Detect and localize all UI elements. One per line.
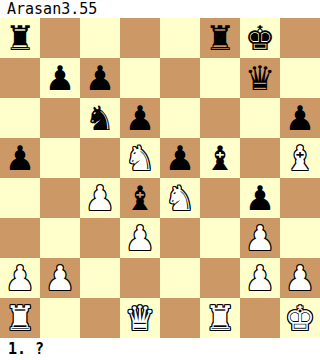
arasan-chess-diagram: Arasan3.55 ♜♜♚♟♟♛♞♟♟♟♞♟♝♝♟♝♞♟♟♟♟♟♟♟♜♛♜♚ …: [0, 0, 320, 360]
square-e5[interactable]: ♟: [160, 138, 200, 178]
square-d2[interactable]: [120, 258, 160, 298]
square-e7[interactable]: [160, 58, 200, 98]
square-a6[interactable]: [0, 98, 40, 138]
square-h8[interactable]: [280, 18, 320, 58]
square-h3[interactable]: [280, 218, 320, 258]
square-g5[interactable]: [240, 138, 280, 178]
square-d8[interactable]: [120, 18, 160, 58]
square-d3[interactable]: ♟: [120, 218, 160, 258]
black-rook-a8: ♜: [5, 18, 35, 58]
square-b3[interactable]: [40, 218, 80, 258]
square-d6[interactable]: ♟: [120, 98, 160, 138]
square-c4[interactable]: ♟: [80, 178, 120, 218]
white-rook-f1: ♜: [205, 298, 235, 338]
square-c3[interactable]: [80, 218, 120, 258]
white-knight-d5: ♞: [125, 138, 155, 178]
black-pawn-e5: ♟: [165, 138, 195, 178]
square-b2[interactable]: ♟: [40, 258, 80, 298]
square-h5[interactable]: ♝: [280, 138, 320, 178]
black-pawn-g4: ♟: [245, 178, 275, 218]
square-h7[interactable]: [280, 58, 320, 98]
square-f2[interactable]: [200, 258, 240, 298]
square-c7[interactable]: ♟: [80, 58, 120, 98]
square-g8[interactable]: ♚: [240, 18, 280, 58]
square-f7[interactable]: [200, 58, 240, 98]
square-e2[interactable]: [160, 258, 200, 298]
square-b1[interactable]: [40, 298, 80, 338]
black-king-g8: ♚: [245, 18, 275, 58]
white-pawn-b2: ♟: [45, 258, 75, 298]
white-bishop-h5: ♝: [285, 138, 315, 178]
square-e6[interactable]: [160, 98, 200, 138]
move-prompt: 1. ?: [0, 338, 320, 360]
square-a8[interactable]: ♜: [0, 18, 40, 58]
white-pawn-a2: ♟: [5, 258, 35, 298]
white-rook-a1: ♜: [5, 298, 35, 338]
square-e4[interactable]: ♞: [160, 178, 200, 218]
white-pawn-d3: ♟: [125, 218, 155, 258]
square-g6[interactable]: [240, 98, 280, 138]
square-b4[interactable]: [40, 178, 80, 218]
square-f4[interactable]: [200, 178, 240, 218]
white-knight-e4: ♞: [165, 178, 195, 218]
square-g3[interactable]: ♟: [240, 218, 280, 258]
square-d7[interactable]: [120, 58, 160, 98]
black-pawn-b7: ♟: [45, 58, 75, 98]
page-title: Arasan3.55: [0, 0, 320, 18]
black-bishop-d4: ♝: [125, 178, 155, 218]
square-a4[interactable]: [0, 178, 40, 218]
square-c6[interactable]: ♞: [80, 98, 120, 138]
square-f6[interactable]: [200, 98, 240, 138]
square-d4[interactable]: ♝: [120, 178, 160, 218]
square-e3[interactable]: [160, 218, 200, 258]
black-bishop-f5: ♝: [205, 138, 235, 178]
square-c1[interactable]: [80, 298, 120, 338]
square-a3[interactable]: [0, 218, 40, 258]
black-pawn-h6: ♟: [285, 98, 315, 138]
square-f3[interactable]: [200, 218, 240, 258]
square-f5[interactable]: ♝: [200, 138, 240, 178]
square-a5[interactable]: ♟: [0, 138, 40, 178]
chess-board: ♜♜♚♟♟♛♞♟♟♟♞♟♝♝♟♝♞♟♟♟♟♟♟♟♜♛♜♚: [0, 18, 320, 338]
square-e8[interactable]: [160, 18, 200, 58]
white-pawn-g2: ♟: [245, 258, 275, 298]
square-h4[interactable]: [280, 178, 320, 218]
square-g7[interactable]: ♛: [240, 58, 280, 98]
black-pawn-c7: ♟: [85, 58, 115, 98]
white-pawn-g3: ♟: [245, 218, 275, 258]
black-pawn-a5: ♟: [5, 138, 35, 178]
square-h1[interactable]: ♚: [280, 298, 320, 338]
square-g1[interactable]: [240, 298, 280, 338]
square-b8[interactable]: [40, 18, 80, 58]
square-f8[interactable]: ♜: [200, 18, 240, 58]
square-b5[interactable]: [40, 138, 80, 178]
square-b7[interactable]: ♟: [40, 58, 80, 98]
square-a1[interactable]: ♜: [0, 298, 40, 338]
square-b6[interactable]: [40, 98, 80, 138]
black-queen-g7: ♛: [245, 58, 275, 98]
black-rook-f8: ♜: [205, 18, 235, 58]
white-pawn-h2: ♟: [285, 258, 315, 298]
square-a7[interactable]: [0, 58, 40, 98]
square-g4[interactable]: ♟: [240, 178, 280, 218]
square-e1[interactable]: [160, 298, 200, 338]
square-a2[interactable]: ♟: [0, 258, 40, 298]
square-f1[interactable]: ♜: [200, 298, 240, 338]
square-d5[interactable]: ♞: [120, 138, 160, 178]
black-knight-c6: ♞: [85, 98, 115, 138]
square-d1[interactable]: ♛: [120, 298, 160, 338]
white-queen-d1: ♛: [125, 298, 155, 338]
square-h2[interactable]: ♟: [280, 258, 320, 298]
square-h6[interactable]: ♟: [280, 98, 320, 138]
square-c2[interactable]: [80, 258, 120, 298]
white-king-h1: ♚: [285, 298, 315, 338]
square-c8[interactable]: [80, 18, 120, 58]
white-pawn-c4: ♟: [85, 178, 115, 218]
square-c5[interactable]: [80, 138, 120, 178]
square-g2[interactable]: ♟: [240, 258, 280, 298]
black-pawn-d6: ♟: [125, 98, 155, 138]
